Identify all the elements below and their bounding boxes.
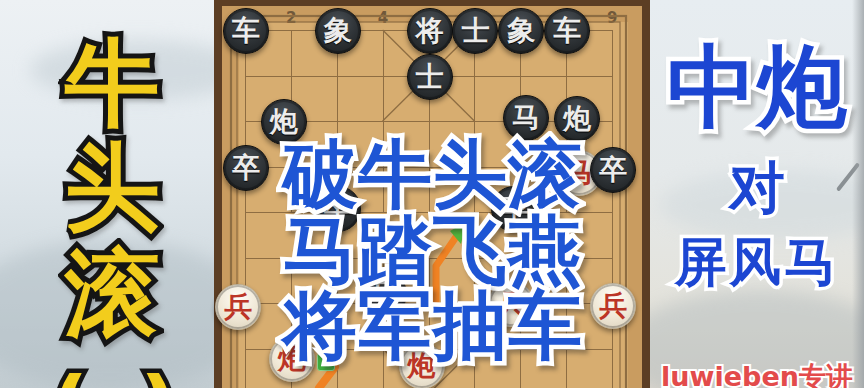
overlay-fill: 将军抽车 [283, 282, 583, 368]
overlay-line-2: 马踏飞燕 马踏飞燕 [283, 213, 583, 287]
overlay-line-1: 破牛头滚 破牛头滚 [283, 137, 583, 211]
thumbnail-canvas: 牛 牛 头 头 滚 滚 ( ( ) ) 249 车象将士象车士炮马炮卒马卒卒卒马… [0, 0, 864, 388]
overlay-fill: 破牛头滚 [283, 131, 583, 217]
overlay-fill: 马踏飞燕 [283, 207, 583, 293]
overlay-line-3: 将军抽车 将军抽车 [283, 288, 583, 362]
